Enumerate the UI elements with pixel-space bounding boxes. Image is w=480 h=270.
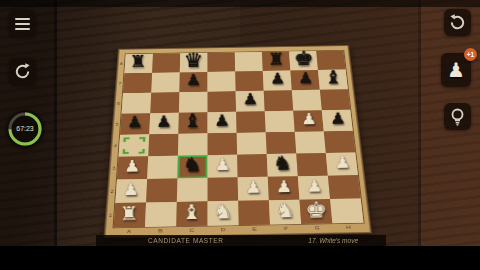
- material-badge: +1: [464, 48, 477, 61]
- square-c2[interactable]: [177, 178, 208, 202]
- black-pawn-e6[interactable]: ♟: [236, 87, 265, 111]
- undo-button[interactable]: [444, 9, 471, 36]
- engine-timer[interactable]: 67:23: [6, 110, 44, 148]
- white-pawn-e2[interactable]: ♟: [238, 174, 269, 200]
- square-e8[interactable]: [235, 52, 263, 72]
- square-b4[interactable]: [148, 134, 178, 156]
- square-b1[interactable]: [145, 202, 177, 227]
- black-pawn-c7[interactable]: ♟: [179, 68, 208, 92]
- chess-board: ♜♛♜♚♟♟♟♝♟♟♟♝♟♟♟♟♞♟♞♟♟♟♟♟♜♝♞♞♚ ABCDEFGH 8…: [103, 45, 372, 239]
- square-f1[interactable]: ♞: [269, 200, 301, 225]
- square-b7[interactable]: [151, 72, 180, 92]
- board-frame: ♜♛♜♚♟♟♟♝♟♟♟♝♟♟♟♟♞♟♞♟♟♟♟♟♜♝♞♞♚ ABCDEFGH 8…: [103, 45, 372, 239]
- black-bishop-c5[interactable]: ♝: [178, 109, 208, 134]
- square-d5[interactable]: ♟: [208, 112, 237, 134]
- square-h3[interactable]: ♟: [326, 153, 358, 176]
- white-pawn-a2[interactable]: ♟: [115, 177, 146, 203]
- black-pawn-f7[interactable]: ♟: [263, 67, 291, 91]
- white-pawn-f2[interactable]: ♟: [268, 174, 299, 200]
- square-c7[interactable]: ♟: [179, 72, 207, 92]
- square-b8[interactable]: [152, 53, 180, 73]
- white-pawn-h3[interactable]: ♟: [327, 150, 357, 175]
- file-label-d: D: [208, 225, 239, 234]
- status-bar: CANDIDATE MASTER 17. White's move: [96, 235, 386, 246]
- black-bishop-h7[interactable]: ♝: [319, 66, 347, 90]
- file-label-h: H: [332, 223, 364, 232]
- square-a5[interactable]: ♟: [120, 113, 150, 135]
- bottom-black-strip: [0, 246, 480, 270]
- square-g1[interactable]: ♚: [300, 199, 333, 224]
- black-pawn-h5[interactable]: ♟: [323, 106, 352, 130]
- black-knight-f3[interactable]: ♞: [267, 151, 298, 176]
- square-a7[interactable]: [123, 73, 152, 93]
- timer-text: 67:23: [6, 110, 44, 148]
- file-label-c: C: [176, 226, 207, 235]
- square-c1[interactable]: ♝: [176, 201, 207, 226]
- black-pawn-a5[interactable]: ♟: [120, 110, 150, 135]
- square-a1[interactable]: ♜: [114, 203, 146, 228]
- white-rook-a1[interactable]: ♜: [113, 200, 145, 226]
- square-b5[interactable]: ♟: [149, 113, 179, 135]
- menu-button[interactable]: [9, 10, 36, 37]
- square-e4[interactable]: [237, 132, 267, 154]
- square-f7[interactable]: ♟: [263, 71, 292, 91]
- black-pawn-d5[interactable]: ♟: [207, 108, 236, 133]
- square-h7[interactable]: ♝: [318, 70, 348, 90]
- hamburger-menu-icon: [15, 18, 30, 30]
- white-pawn-g2[interactable]: ♟: [299, 173, 330, 199]
- white-pawn-d3[interactable]: ♟: [207, 152, 238, 177]
- white-knight-f1[interactable]: ♞: [269, 198, 301, 224]
- undo-icon: [448, 13, 467, 32]
- square-e2[interactable]: ♟: [238, 177, 269, 201]
- square-c5[interactable]: ♝: [178, 112, 207, 134]
- square-e1[interactable]: [238, 200, 270, 225]
- square-e5[interactable]: [236, 111, 266, 133]
- square-g4[interactable]: [295, 131, 326, 153]
- file-label-b: B: [145, 226, 177, 235]
- black-knight-c3[interactable]: ♞: [177, 152, 208, 177]
- white-knight-d1[interactable]: ♞: [207, 199, 239, 225]
- square-h1[interactable]: [330, 199, 363, 224]
- square-b2[interactable]: [146, 178, 177, 202]
- file-label-f: F: [270, 224, 302, 233]
- white-bishop-c1[interactable]: ♝: [176, 199, 208, 225]
- rotate-icon: [13, 62, 32, 81]
- square-d2[interactable]: [208, 177, 239, 201]
- square-f5[interactable]: [265, 111, 295, 133]
- square-d8[interactable]: [207, 52, 235, 72]
- material-indicator[interactable]: ♟ +1: [441, 53, 471, 87]
- rotate-board-button[interactable]: [9, 58, 36, 85]
- file-label-g: G: [301, 223, 333, 232]
- white-pawn-icon: ♟: [441, 57, 471, 83]
- black-pawn-b5[interactable]: ♟: [149, 109, 179, 134]
- square-f6[interactable]: [264, 90, 294, 111]
- square-h5[interactable]: ♟: [322, 110, 353, 132]
- white-king-g1[interactable]: ♚: [301, 197, 333, 223]
- board-grid[interactable]: ♜♛♜♚♟♟♟♝♟♟♟♝♟♟♟♟♞♟♞♟♟♟♟♟♜♝♞♞♚: [114, 51, 364, 228]
- square-b3[interactable]: [147, 156, 178, 179]
- square-h2[interactable]: [328, 175, 361, 199]
- square-g7[interactable]: ♟: [290, 70, 319, 90]
- square-d3[interactable]: ♟: [208, 155, 238, 178]
- engine-level-label: CANDIDATE MASTER: [148, 237, 224, 244]
- square-g5[interactable]: ♟: [293, 110, 324, 132]
- square-f2[interactable]: ♟: [268, 176, 300, 200]
- black-rook-a8[interactable]: ♜: [124, 50, 152, 73]
- app-screen: ♜♛♜♚♟♟♟♝♟♟♟♝♟♟♟♟♞♟♞♟♟♟♟♟♜♝♞♞♚ ABCDEFGH 8…: [0, 0, 480, 270]
- square-e6[interactable]: ♟: [236, 91, 265, 112]
- black-pawn-g7[interactable]: ♟: [291, 66, 319, 90]
- file-label-e: E: [239, 225, 271, 234]
- move-turn-label: 17. White's move: [308, 237, 358, 244]
- square-g2[interactable]: ♟: [298, 176, 330, 200]
- square-a2[interactable]: ♟: [115, 179, 147, 203]
- hint-button[interactable]: [444, 103, 471, 130]
- square-d1[interactable]: ♞: [208, 201, 239, 226]
- white-pawn-g5[interactable]: ♟: [294, 107, 323, 131]
- square-a8[interactable]: ♜: [124, 54, 153, 74]
- rank-label-7: 7: [115, 73, 124, 93]
- square-c3[interactable]: ♞: [177, 155, 207, 178]
- lightbulb-icon: [448, 107, 467, 126]
- square-d7[interactable]: [207, 71, 235, 91]
- white-pawn-a3[interactable]: ♟: [117, 154, 148, 179]
